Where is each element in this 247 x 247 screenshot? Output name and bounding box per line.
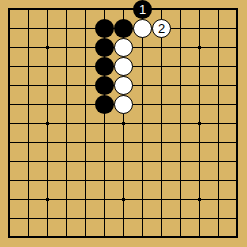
intersection-m8[interactable]	[209, 95, 228, 114]
black-stone-f12	[95, 19, 114, 38]
intersection-a11[interactable]	[0, 38, 19, 57]
intersection-g1[interactable]	[114, 228, 133, 247]
intersection-j10[interactable]	[152, 57, 171, 76]
intersection-m13[interactable]	[209, 0, 228, 19]
intersection-a6[interactable]	[0, 133, 19, 152]
intersection-h7[interactable]	[133, 114, 152, 133]
intersection-m9[interactable]	[209, 76, 228, 95]
intersection-k12[interactable]	[171, 19, 190, 38]
intersection-b12[interactable]	[19, 19, 38, 38]
intersection-d3[interactable]	[57, 190, 76, 209]
intersection-k8[interactable]	[171, 95, 190, 114]
intersection-h9[interactable]	[133, 76, 152, 95]
intersection-m6[interactable]	[209, 133, 228, 152]
intersection-c11[interactable]	[38, 38, 57, 57]
intersection-n4[interactable]	[228, 171, 247, 190]
intersection-h10[interactable]	[133, 57, 152, 76]
intersection-k2[interactable]	[171, 209, 190, 228]
intersection-e1[interactable]	[76, 228, 95, 247]
intersection-f9[interactable]	[95, 76, 114, 95]
move-number-label: 2	[158, 22, 165, 35]
intersection-f3[interactable]	[95, 190, 114, 209]
intersection-h13[interactable]: 1	[133, 0, 152, 19]
white-stone-g9	[114, 76, 133, 95]
black-stone-h13: 1	[133, 0, 152, 19]
intersection-k6[interactable]	[171, 133, 190, 152]
intersection-c13[interactable]	[38, 0, 57, 19]
intersection-n5[interactable]	[228, 152, 247, 171]
intersection-j1[interactable]	[152, 228, 171, 247]
intersection-a5[interactable]	[0, 152, 19, 171]
intersection-e9[interactable]	[76, 76, 95, 95]
intersection-g9[interactable]	[114, 76, 133, 95]
intersection-l2[interactable]	[190, 209, 209, 228]
intersection-k10[interactable]	[171, 57, 190, 76]
intersection-b9[interactable]	[19, 76, 38, 95]
intersection-g6[interactable]	[114, 133, 133, 152]
intersection-e2[interactable]	[76, 209, 95, 228]
intersection-h2[interactable]	[133, 209, 152, 228]
intersection-j3[interactable]	[152, 190, 171, 209]
intersection-a3[interactable]	[0, 190, 19, 209]
intersection-e3[interactable]	[76, 190, 95, 209]
intersection-c4[interactable]	[38, 171, 57, 190]
intersection-a4[interactable]	[0, 171, 19, 190]
intersection-l8[interactable]	[190, 95, 209, 114]
intersection-b2[interactable]	[19, 209, 38, 228]
intersection-l4[interactable]	[190, 171, 209, 190]
intersection-l10[interactable]	[190, 57, 209, 76]
intersection-f2[interactable]	[95, 209, 114, 228]
black-stone-f9	[95, 76, 114, 95]
intersection-h4[interactable]	[133, 171, 152, 190]
intersection-n2[interactable]	[228, 209, 247, 228]
intersection-m12[interactable]	[209, 19, 228, 38]
intersection-a8[interactable]	[0, 95, 19, 114]
intersection-f8[interactable]	[95, 95, 114, 114]
intersection-g10[interactable]	[114, 57, 133, 76]
go-board: 12	[0, 0, 247, 247]
intersection-c12[interactable]	[38, 19, 57, 38]
intersection-m11[interactable]	[209, 38, 228, 57]
intersection-c2[interactable]	[38, 209, 57, 228]
intersection-e13[interactable]	[76, 0, 95, 19]
intersection-a1[interactable]	[0, 228, 19, 247]
white-stone-j12: 2	[152, 19, 171, 38]
intersection-d9[interactable]	[57, 76, 76, 95]
black-stone-g12	[114, 19, 133, 38]
intersection-c6[interactable]	[38, 133, 57, 152]
intersection-d6[interactable]	[57, 133, 76, 152]
intersection-g13[interactable]	[114, 0, 133, 19]
intersection-b6[interactable]	[19, 133, 38, 152]
intersection-b8[interactable]	[19, 95, 38, 114]
intersection-l7[interactable]	[190, 114, 209, 133]
intersection-f12[interactable]	[95, 19, 114, 38]
intersection-l5[interactable]	[190, 152, 209, 171]
intersection-d12[interactable]	[57, 19, 76, 38]
intersection-c5[interactable]	[38, 152, 57, 171]
intersection-l1[interactable]	[190, 228, 209, 247]
intersection-l11[interactable]	[190, 38, 209, 57]
intersection-e6[interactable]	[76, 133, 95, 152]
intersection-g5[interactable]	[114, 152, 133, 171]
intersection-f7[interactable]	[95, 114, 114, 133]
intersection-d2[interactable]	[57, 209, 76, 228]
intersection-a13[interactable]	[0, 0, 19, 19]
intersection-e7[interactable]	[76, 114, 95, 133]
intersection-j5[interactable]	[152, 152, 171, 171]
intersection-n12[interactable]	[228, 19, 247, 38]
intersection-k4[interactable]	[171, 171, 190, 190]
intersection-m10[interactable]	[209, 57, 228, 76]
intersection-f13[interactable]	[95, 0, 114, 19]
intersection-j4[interactable]	[152, 171, 171, 190]
intersection-m3[interactable]	[209, 190, 228, 209]
intersection-d5[interactable]	[57, 152, 76, 171]
intersection-d4[interactable]	[57, 171, 76, 190]
intersection-j7[interactable]	[152, 114, 171, 133]
intersection-h5[interactable]	[133, 152, 152, 171]
intersection-j2[interactable]	[152, 209, 171, 228]
intersection-n1[interactable]	[228, 228, 247, 247]
intersection-j8[interactable]	[152, 95, 171, 114]
intersection-h1[interactable]	[133, 228, 152, 247]
intersection-n9[interactable]	[228, 76, 247, 95]
intersection-n13[interactable]	[228, 0, 247, 19]
intersection-g12[interactable]	[114, 19, 133, 38]
intersection-e4[interactable]	[76, 171, 95, 190]
intersection-d8[interactable]	[57, 95, 76, 114]
intersection-j11[interactable]	[152, 38, 171, 57]
intersection-k7[interactable]	[171, 114, 190, 133]
intersection-g8[interactable]	[114, 95, 133, 114]
intersection-m7[interactable]	[209, 114, 228, 133]
intersection-f1[interactable]	[95, 228, 114, 247]
intersection-e5[interactable]	[76, 152, 95, 171]
intersection-h8[interactable]	[133, 95, 152, 114]
intersection-e10[interactable]	[76, 57, 95, 76]
intersection-g3[interactable]	[114, 190, 133, 209]
intersection-k5[interactable]	[171, 152, 190, 171]
move-number-label: 1	[139, 3, 146, 16]
intersection-n10[interactable]	[228, 57, 247, 76]
intersection-h12[interactable]	[133, 19, 152, 38]
intersection-c9[interactable]	[38, 76, 57, 95]
intersection-d11[interactable]	[57, 38, 76, 57]
intersection-f6[interactable]	[95, 133, 114, 152]
intersection-e8[interactable]	[76, 95, 95, 114]
intersection-a9[interactable]	[0, 76, 19, 95]
intersection-b11[interactable]	[19, 38, 38, 57]
intersection-n8[interactable]	[228, 95, 247, 114]
intersection-n3[interactable]	[228, 190, 247, 209]
intersection-c10[interactable]	[38, 57, 57, 76]
intersection-l6[interactable]	[190, 133, 209, 152]
intersection-g11[interactable]	[114, 38, 133, 57]
intersection-g2[interactable]	[114, 209, 133, 228]
intersection-j12[interactable]: 2	[152, 19, 171, 38]
black-stone-f10	[95, 57, 114, 76]
intersection-n7[interactable]	[228, 114, 247, 133]
board-grid: 12	[0, 0, 247, 247]
intersection-b13[interactable]	[19, 0, 38, 19]
intersection-m1[interactable]	[209, 228, 228, 247]
intersection-c8[interactable]	[38, 95, 57, 114]
intersection-k13[interactable]	[171, 0, 190, 19]
intersection-c1[interactable]	[38, 228, 57, 247]
intersection-n11[interactable]	[228, 38, 247, 57]
black-stone-f8	[95, 95, 114, 114]
intersection-m4[interactable]	[209, 171, 228, 190]
intersection-f11[interactable]	[95, 38, 114, 57]
intersection-h3[interactable]	[133, 190, 152, 209]
intersection-g4[interactable]	[114, 171, 133, 190]
intersection-e11[interactable]	[76, 38, 95, 57]
intersection-d1[interactable]	[57, 228, 76, 247]
white-stone-g8	[114, 95, 133, 114]
intersection-l3[interactable]	[190, 190, 209, 209]
intersection-d7[interactable]	[57, 114, 76, 133]
intersection-e12[interactable]	[76, 19, 95, 38]
intersection-b4[interactable]	[19, 171, 38, 190]
white-stone-g11	[114, 38, 133, 57]
intersection-b1[interactable]	[19, 228, 38, 247]
white-stone-g10	[114, 57, 133, 76]
intersection-a10[interactable]	[0, 57, 19, 76]
intersection-f4[interactable]	[95, 171, 114, 190]
intersection-b5[interactable]	[19, 152, 38, 171]
intersection-m5[interactable]	[209, 152, 228, 171]
intersection-k1[interactable]	[171, 228, 190, 247]
intersection-c3[interactable]	[38, 190, 57, 209]
intersection-d10[interactable]	[57, 57, 76, 76]
intersection-h11[interactable]	[133, 38, 152, 57]
intersection-d13[interactable]	[57, 0, 76, 19]
intersection-m2[interactable]	[209, 209, 228, 228]
intersection-a7[interactable]	[0, 114, 19, 133]
intersection-a2[interactable]	[0, 209, 19, 228]
intersection-b10[interactable]	[19, 57, 38, 76]
intersection-h6[interactable]	[133, 133, 152, 152]
black-stone-f11	[95, 38, 114, 57]
intersection-k3[interactable]	[171, 190, 190, 209]
intersection-l12[interactable]	[190, 19, 209, 38]
intersection-a12[interactable]	[0, 19, 19, 38]
intersection-n6[interactable]	[228, 133, 247, 152]
intersection-b7[interactable]	[19, 114, 38, 133]
intersection-j9[interactable]	[152, 76, 171, 95]
intersection-f10[interactable]	[95, 57, 114, 76]
intersection-f5[interactable]	[95, 152, 114, 171]
intersection-l9[interactable]	[190, 76, 209, 95]
intersection-b3[interactable]	[19, 190, 38, 209]
intersection-c7[interactable]	[38, 114, 57, 133]
white-stone-h12	[133, 19, 152, 38]
intersection-j13[interactable]	[152, 0, 171, 19]
intersection-k11[interactable]	[171, 38, 190, 57]
intersection-k9[interactable]	[171, 76, 190, 95]
intersection-j6[interactable]	[152, 133, 171, 152]
intersection-l13[interactable]	[190, 0, 209, 19]
intersection-g7[interactable]	[114, 114, 133, 133]
